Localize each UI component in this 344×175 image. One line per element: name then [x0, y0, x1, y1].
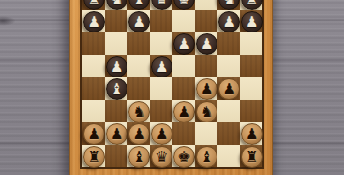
- piece-glyph: ♟: [177, 101, 190, 121]
- square-b4[interactable]: ♝: [105, 77, 128, 100]
- chess-board: ♜♞♝♛♚♞♜♟♟♟♟♟♟♟♟♝♟♟♞♟♞♟♟♟♟♟♜♝♛♚♝♜: [80, 0, 264, 169]
- square-h7[interactable]: ♟: [240, 10, 263, 33]
- white-pawn-b2[interactable]: ♟: [106, 123, 128, 145]
- square-c4[interactable]: [127, 77, 150, 100]
- square-b1[interactable]: [105, 145, 128, 168]
- piece-glyph: ♟: [200, 79, 213, 99]
- white-queen-d1[interactable]: ♛: [151, 146, 173, 168]
- white-bishop-f1[interactable]: ♝: [196, 146, 218, 168]
- white-bishop-c1[interactable]: ♝: [128, 146, 150, 168]
- black-pawn-e6[interactable]: ♟: [173, 33, 195, 55]
- white-king-e1[interactable]: ♚: [173, 146, 195, 168]
- black-pawn-g7[interactable]: ♟: [218, 11, 240, 33]
- square-e4[interactable]: [172, 77, 195, 100]
- square-g3[interactable]: [217, 100, 240, 123]
- square-a1[interactable]: ♜: [82, 145, 105, 168]
- square-d3[interactable]: [150, 100, 173, 123]
- square-d4[interactable]: [150, 77, 173, 100]
- white-knight-c3[interactable]: ♞: [128, 101, 150, 123]
- piece-glyph: ♟: [110, 124, 123, 144]
- black-pawn-h7[interactable]: ♟: [241, 11, 263, 33]
- square-d2[interactable]: ♟: [150, 122, 173, 145]
- square-e6[interactable]: ♟: [172, 32, 195, 55]
- square-f7[interactable]: [195, 10, 218, 33]
- black-pawn-d5[interactable]: ♟: [151, 56, 173, 78]
- white-pawn-d2[interactable]: ♟: [151, 123, 173, 145]
- piece-glyph: ♝: [132, 0, 145, 9]
- black-pawn-b5[interactable]: ♟: [106, 56, 128, 78]
- square-h1[interactable]: ♜: [240, 145, 263, 168]
- square-e8[interactable]: ♚: [172, 0, 195, 10]
- square-h8[interactable]: ♜: [240, 0, 263, 10]
- white-pawn-f4[interactable]: ♟: [196, 78, 218, 100]
- piece-glyph: ♟: [222, 79, 235, 99]
- square-b2[interactable]: ♟: [105, 122, 128, 145]
- square-a6[interactable]: [82, 32, 105, 55]
- piece-glyph: ♛: [155, 146, 168, 166]
- square-a7[interactable]: ♟: [82, 10, 105, 33]
- black-pawn-c7[interactable]: ♟: [128, 11, 150, 33]
- black-pawn-a7[interactable]: ♟: [83, 11, 105, 33]
- square-f3[interactable]: ♞: [195, 100, 218, 123]
- square-h3[interactable]: [240, 100, 263, 123]
- white-rook-a1[interactable]: ♜: [83, 146, 105, 168]
- square-c6[interactable]: [127, 32, 150, 55]
- piece-glyph: ♜: [245, 0, 258, 9]
- square-d7[interactable]: [150, 10, 173, 33]
- piece-glyph: ♞: [200, 101, 213, 121]
- square-b5[interactable]: ♟: [105, 55, 128, 78]
- white-pawn-a2[interactable]: ♟: [83, 123, 105, 145]
- piece-glyph: ♜: [87, 146, 100, 166]
- square-a2[interactable]: ♟: [82, 122, 105, 145]
- white-pawn-h2[interactable]: ♟: [241, 123, 263, 145]
- square-g6[interactable]: [217, 32, 240, 55]
- piece-glyph: ♚: [177, 0, 190, 9]
- square-c3[interactable]: ♞: [127, 100, 150, 123]
- square-d1[interactable]: ♛: [150, 145, 173, 168]
- square-d8[interactable]: ♛: [150, 0, 173, 10]
- square-d5[interactable]: ♟: [150, 55, 173, 78]
- square-f8[interactable]: [195, 0, 218, 10]
- square-a3[interactable]: [82, 100, 105, 123]
- square-g8[interactable]: ♞: [217, 0, 240, 10]
- piece-glyph: ♟: [132, 124, 145, 144]
- piece-glyph: ♜: [87, 0, 100, 9]
- square-b7[interactable]: [105, 10, 128, 33]
- piece-glyph: ♝: [110, 79, 123, 99]
- square-e3[interactable]: ♟: [172, 100, 195, 123]
- square-b6[interactable]: [105, 32, 128, 55]
- piece-glyph: ♟: [132, 11, 145, 31]
- piece-glyph: ♞: [222, 0, 235, 9]
- white-knight-f3[interactable]: ♞: [196, 101, 218, 123]
- piece-glyph: ♝: [132, 146, 145, 166]
- piece-glyph: ♞: [110, 0, 123, 9]
- square-f1[interactable]: ♝: [195, 145, 218, 168]
- square-f4[interactable]: ♟: [195, 77, 218, 100]
- piece-glyph: ♝: [200, 146, 213, 166]
- square-d6[interactable]: [150, 32, 173, 55]
- piece-glyph: ♟: [110, 56, 123, 76]
- square-h4[interactable]: [240, 77, 263, 100]
- square-g1[interactable]: [217, 145, 240, 168]
- piece-glyph: ♟: [87, 124, 100, 144]
- piece-glyph: ♟: [245, 11, 258, 31]
- square-a5[interactable]: [82, 55, 105, 78]
- piece-glyph: ♟: [177, 34, 190, 54]
- square-c8[interactable]: ♝: [127, 0, 150, 10]
- square-h5[interactable]: [240, 55, 263, 78]
- square-c5[interactable]: [127, 55, 150, 78]
- white-pawn-g4[interactable]: ♟: [218, 78, 240, 100]
- white-pawn-c2[interactable]: ♟: [128, 123, 150, 145]
- square-e5[interactable]: [172, 55, 195, 78]
- square-h2[interactable]: ♟: [240, 122, 263, 145]
- piece-glyph: ♟: [155, 124, 168, 144]
- board-frame: ♜♞♝♛♚♞♜♟♟♟♟♟♟♟♟♝♟♟♞♟♞♟♟♟♟♟♜♝♛♚♝♜: [69, 0, 273, 175]
- piece-glyph: ♛: [155, 0, 168, 9]
- white-pawn-e3[interactable]: ♟: [173, 101, 195, 123]
- square-b3[interactable]: [105, 100, 128, 123]
- piece-glyph: ♞: [132, 101, 145, 121]
- square-g7[interactable]: ♟: [217, 10, 240, 33]
- piece-glyph: ♟: [87, 11, 100, 31]
- square-f6[interactable]: ♟: [195, 32, 218, 55]
- black-pawn-f6[interactable]: ♟: [196, 33, 218, 55]
- piece-glyph: ♟: [155, 56, 168, 76]
- piece-glyph: ♟: [222, 11, 235, 31]
- square-e2[interactable]: [172, 122, 195, 145]
- square-f5[interactable]: [195, 55, 218, 78]
- piece-glyph: ♟: [245, 124, 258, 144]
- white-rook-h1[interactable]: ♜: [241, 146, 263, 168]
- square-g2[interactable]: [217, 122, 240, 145]
- piece-glyph: ♟: [200, 34, 213, 54]
- square-b8[interactable]: ♞: [105, 0, 128, 10]
- square-a8[interactable]: ♜: [82, 0, 105, 10]
- square-c1[interactable]: ♝: [127, 145, 150, 168]
- square-c7[interactable]: ♟: [127, 10, 150, 33]
- square-h6[interactable]: [240, 32, 263, 55]
- square-g5[interactable]: [217, 55, 240, 78]
- square-e7[interactable]: [172, 10, 195, 33]
- black-bishop-b4[interactable]: ♝: [106, 78, 128, 100]
- piece-glyph: ♚: [177, 146, 190, 166]
- square-f2[interactable]: [195, 122, 218, 145]
- square-e1[interactable]: ♚: [172, 145, 195, 168]
- square-c2[interactable]: ♟: [127, 122, 150, 145]
- piece-glyph: ♜: [245, 146, 258, 166]
- square-a4[interactable]: [82, 77, 105, 100]
- square-g4[interactable]: ♟: [217, 77, 240, 100]
